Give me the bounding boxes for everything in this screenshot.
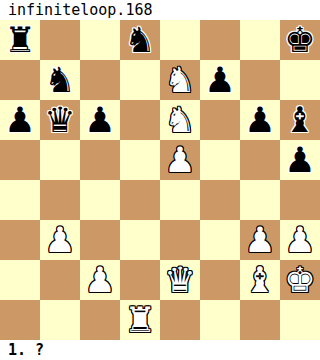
square-g2[interactable]: ♝ — [240, 260, 280, 300]
square-h7[interactable] — [280, 60, 320, 100]
square-d5[interactable] — [120, 140, 160, 180]
square-c1[interactable] — [80, 300, 120, 340]
square-h6[interactable]: ♝ — [280, 100, 320, 140]
piece-white-pawn-g3: ♟ — [244, 220, 275, 260]
square-c6[interactable]: ♟ — [80, 100, 120, 140]
chess-board: ♜♞♚♞♞♟♟♛♟♞♟♝♟♟♟♟♟♟♛♝♚♜ — [0, 20, 320, 340]
square-e6[interactable]: ♞ — [160, 100, 200, 140]
square-c5[interactable] — [80, 140, 120, 180]
square-g4[interactable] — [240, 180, 280, 220]
piece-black-bishop-h6: ♝ — [284, 100, 315, 140]
piece-black-pawn-h5: ♟ — [284, 140, 315, 180]
square-g8[interactable] — [240, 20, 280, 60]
square-a7[interactable] — [0, 60, 40, 100]
piece-white-pawn-h3: ♟ — [284, 220, 315, 260]
square-c8[interactable] — [80, 20, 120, 60]
square-b6[interactable]: ♛ — [40, 100, 80, 140]
piece-black-pawn-g6: ♟ — [244, 100, 275, 140]
square-e1[interactable] — [160, 300, 200, 340]
piece-white-pawn-e5: ♟ — [164, 140, 195, 180]
square-e2[interactable]: ♛ — [160, 260, 200, 300]
chess-diagram-window: infiniteloop.168 ♜♞♚♞♞♟♟♛♟♞♟♝♟♟♟♟♟♟♛♝♚♜ … — [0, 0, 320, 360]
square-f7[interactable]: ♟ — [200, 60, 240, 100]
square-g5[interactable] — [240, 140, 280, 180]
square-g1[interactable] — [240, 300, 280, 340]
square-f4[interactable] — [200, 180, 240, 220]
piece-white-bishop-g2: ♝ — [244, 260, 275, 300]
piece-white-queen-e2: ♛ — [164, 260, 195, 300]
square-a3[interactable] — [0, 220, 40, 260]
square-d3[interactable] — [120, 220, 160, 260]
puzzle-title: infiniteloop.168 — [0, 0, 320, 20]
piece-white-pawn-c2: ♟ — [84, 260, 115, 300]
square-g7[interactable] — [240, 60, 280, 100]
square-e7[interactable]: ♞ — [160, 60, 200, 100]
square-d6[interactable] — [120, 100, 160, 140]
square-d8[interactable]: ♞ — [120, 20, 160, 60]
piece-black-queen-b6: ♛ — [44, 100, 75, 140]
piece-black-rook-a8: ♜ — [4, 20, 35, 60]
square-b2[interactable] — [40, 260, 80, 300]
square-e3[interactable] — [160, 220, 200, 260]
square-c3[interactable] — [80, 220, 120, 260]
square-d4[interactable] — [120, 180, 160, 220]
square-f5[interactable] — [200, 140, 240, 180]
piece-black-knight-d8: ♞ — [124, 20, 155, 60]
square-h4[interactable] — [280, 180, 320, 220]
piece-black-pawn-c6: ♟ — [84, 100, 115, 140]
square-d2[interactable] — [120, 260, 160, 300]
square-d1[interactable]: ♜ — [120, 300, 160, 340]
piece-white-knight-e7: ♞ — [164, 60, 195, 100]
square-b7[interactable]: ♞ — [40, 60, 80, 100]
piece-white-rook-d1: ♜ — [124, 300, 155, 340]
piece-white-king-h2: ♚ — [284, 260, 315, 300]
move-prompt: 1. ? — [0, 340, 320, 360]
square-f1[interactable] — [200, 300, 240, 340]
square-g6[interactable]: ♟ — [240, 100, 280, 140]
piece-black-knight-b7: ♞ — [44, 60, 75, 100]
square-a2[interactable] — [0, 260, 40, 300]
square-b1[interactable] — [40, 300, 80, 340]
square-f2[interactable] — [200, 260, 240, 300]
square-d7[interactable] — [120, 60, 160, 100]
square-a6[interactable]: ♟ — [0, 100, 40, 140]
piece-white-knight-e6: ♞ — [164, 100, 195, 140]
square-h1[interactable] — [280, 300, 320, 340]
square-g3[interactable]: ♟ — [240, 220, 280, 260]
square-c7[interactable] — [80, 60, 120, 100]
square-b3[interactable]: ♟ — [40, 220, 80, 260]
square-f6[interactable] — [200, 100, 240, 140]
piece-white-pawn-b3: ♟ — [44, 220, 75, 260]
square-a4[interactable] — [0, 180, 40, 220]
square-b4[interactable] — [40, 180, 80, 220]
square-h5[interactable]: ♟ — [280, 140, 320, 180]
square-f8[interactable] — [200, 20, 240, 60]
square-h8[interactable]: ♚ — [280, 20, 320, 60]
square-c4[interactable] — [80, 180, 120, 220]
piece-black-king-h8: ♚ — [284, 20, 315, 60]
square-e4[interactable] — [160, 180, 200, 220]
square-a1[interactable] — [0, 300, 40, 340]
square-e5[interactable]: ♟ — [160, 140, 200, 180]
square-b8[interactable] — [40, 20, 80, 60]
square-f3[interactable] — [200, 220, 240, 260]
piece-black-pawn-a6: ♟ — [4, 100, 35, 140]
square-a8[interactable]: ♜ — [0, 20, 40, 60]
piece-black-pawn-f7: ♟ — [204, 60, 235, 100]
square-h3[interactable]: ♟ — [280, 220, 320, 260]
square-e8[interactable] — [160, 20, 200, 60]
square-b5[interactable] — [40, 140, 80, 180]
square-c2[interactable]: ♟ — [80, 260, 120, 300]
square-h2[interactable]: ♚ — [280, 260, 320, 300]
square-a5[interactable] — [0, 140, 40, 180]
